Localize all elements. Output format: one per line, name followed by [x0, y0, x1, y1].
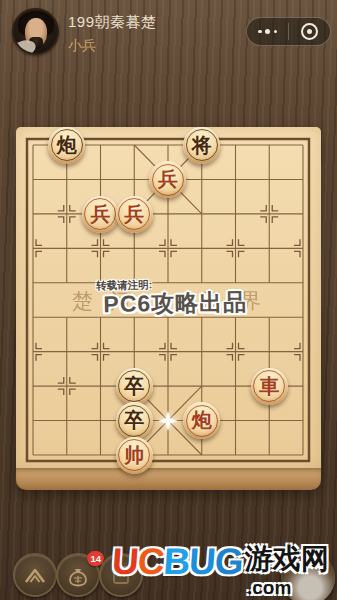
extra-button[interactable]: [99, 553, 143, 597]
hint-bag-button[interactable]: 14: [56, 553, 100, 597]
piece-grid: 炮将兵兵兵卒車卒炮帅: [16, 128, 320, 472]
close-button[interactable]: [289, 18, 330, 45]
piece-character: 卒: [116, 402, 153, 439]
piece-character: 兵: [82, 196, 119, 233]
close-icon: [301, 23, 318, 40]
piece-character: 兵: [116, 196, 153, 233]
player-avatar: [12, 8, 59, 55]
piece-character: 卒: [116, 368, 153, 405]
rank-label: 小兵: [68, 37, 96, 55]
piece-red-soldier[interactable]: 兵: [82, 196, 119, 233]
piece-bowl-button[interactable]: [281, 551, 335, 600]
piece-red-soldier[interactable]: 兵: [116, 196, 153, 233]
piece-character: 炮: [48, 127, 85, 164]
piece-red-soldier[interactable]: 兵: [149, 161, 186, 198]
scroll-icon: [108, 562, 134, 588]
piece-black-cannon[interactable]: 炮: [48, 127, 85, 164]
move-sparkle-marker: [155, 408, 181, 434]
piece-character: 兵: [149, 161, 186, 198]
piece-character: 将: [183, 127, 220, 164]
piece-red-general[interactable]: 帅: [116, 437, 153, 474]
level-title: 199朝秦暮楚: [68, 13, 157, 32]
piece-character: 炮: [183, 402, 220, 439]
app-screen: 199朝秦暮楚 小兵: [0, 0, 337, 600]
piece-black-soldier[interactable]: 卒: [116, 368, 153, 405]
more-button[interactable]: [247, 18, 288, 45]
piece-black-general[interactable]: 将: [183, 127, 220, 164]
menu-button[interactable]: [13, 553, 57, 597]
more-icon: [258, 29, 277, 34]
piece-character: 車: [251, 368, 288, 405]
money-bag-icon: [64, 561, 92, 589]
chevron-up-icon: [21, 561, 49, 589]
piece-character: 帅: [116, 437, 153, 474]
miniprogram-capsule: [246, 17, 331, 46]
bottom-bar: 14: [0, 540, 337, 600]
piece-black-soldier[interactable]: 卒: [116, 402, 153, 439]
piece-red-chariot[interactable]: 車: [251, 368, 288, 405]
header-bar: 199朝秦暮楚 小兵: [0, 0, 337, 70]
piece-red-cannon[interactable]: 炮: [183, 402, 220, 439]
